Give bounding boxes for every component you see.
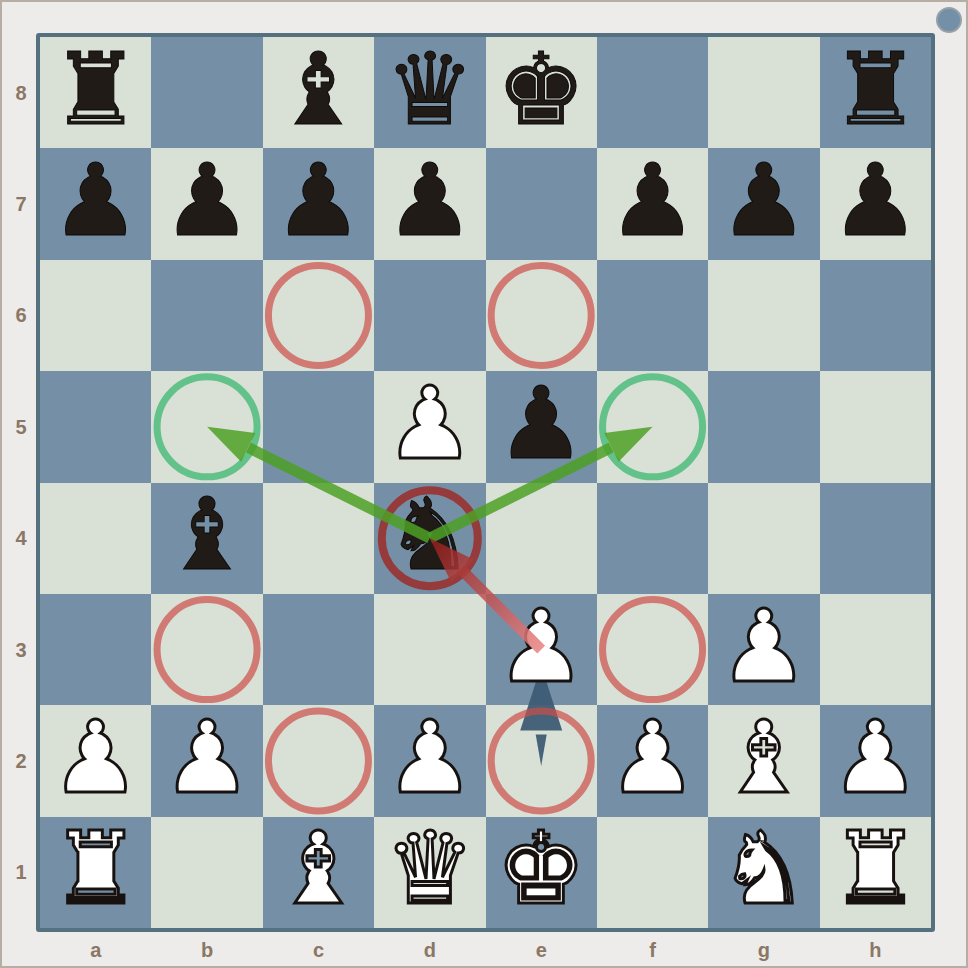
square-g2[interactable] [708,705,819,816]
square-a4[interactable] [40,483,151,594]
square-c6[interactable] [263,260,374,371]
file-label-d: d [415,936,445,964]
square-b3[interactable] [151,594,262,705]
square-f7[interactable] [597,148,708,259]
square-f6[interactable] [597,260,708,371]
square-e7[interactable] [486,148,597,259]
chess-board: ♜♝♛♚♜♟♟♟♟♟♟♟♟♟♝♞♟♟♟♟♟♟♝♟♜♝♛♚♞♜ [36,33,935,932]
square-a3[interactable] [40,594,151,705]
square-d7[interactable] [374,148,485,259]
square-c3[interactable] [263,594,374,705]
square-g4[interactable] [708,483,819,594]
square-h7[interactable] [820,148,931,259]
square-g6[interactable] [708,260,819,371]
square-h8[interactable] [820,37,931,148]
status-dot-icon [936,7,962,33]
square-e4[interactable] [486,483,597,594]
square-c8[interactable] [263,37,374,148]
square-g8[interactable] [708,37,819,148]
square-c1[interactable] [263,817,374,928]
rank-label-4: 4 [10,524,32,552]
app-window: ♜♝♛♚♜♟♟♟♟♟♟♟♟♟♝♞♟♟♟♟♟♟♝♟♜♝♛♚♞♜ 87654321 … [0,0,968,968]
square-g1[interactable] [708,817,819,928]
square-c7[interactable] [263,148,374,259]
square-d8[interactable] [374,37,485,148]
rank-label-6: 6 [10,301,32,329]
square-f8[interactable] [597,37,708,148]
square-b4[interactable] [151,483,262,594]
square-h2[interactable] [820,705,931,816]
square-a1[interactable] [40,817,151,928]
square-f3[interactable] [597,594,708,705]
square-b2[interactable] [151,705,262,816]
file-label-c: c [303,936,333,964]
file-label-a: a [81,936,111,964]
file-label-e: e [526,936,556,964]
square-h5[interactable] [820,371,931,482]
square-f2[interactable] [597,705,708,816]
square-d4[interactable] [374,483,485,594]
square-b7[interactable] [151,148,262,259]
square-g3[interactable] [708,594,819,705]
rank-label-2: 2 [10,747,32,775]
square-h3[interactable] [820,594,931,705]
square-f1[interactable] [597,817,708,928]
rank-label-7: 7 [10,190,32,218]
square-g7[interactable] [708,148,819,259]
board-squares [40,37,931,928]
square-c4[interactable] [263,483,374,594]
square-e1[interactable] [486,817,597,928]
square-e3[interactable] [486,594,597,705]
square-c2[interactable] [263,705,374,816]
square-a7[interactable] [40,148,151,259]
square-c5[interactable] [263,371,374,482]
square-b5[interactable] [151,371,262,482]
square-b6[interactable] [151,260,262,371]
square-a5[interactable] [40,371,151,482]
file-label-f: f [638,936,668,964]
square-b1[interactable] [151,817,262,928]
square-a2[interactable] [40,705,151,816]
square-g5[interactable] [708,371,819,482]
square-d1[interactable] [374,817,485,928]
rank-label-3: 3 [10,636,32,664]
square-d3[interactable] [374,594,485,705]
square-a8[interactable] [40,37,151,148]
square-e8[interactable] [486,37,597,148]
square-h4[interactable] [820,483,931,594]
square-f4[interactable] [597,483,708,594]
square-e5[interactable] [486,371,597,482]
rank-label-1: 1 [10,858,32,886]
square-e2[interactable] [486,705,597,816]
file-label-g: g [749,936,779,964]
square-f5[interactable] [597,371,708,482]
square-e6[interactable] [486,260,597,371]
square-h1[interactable] [820,817,931,928]
rank-label-8: 8 [10,79,32,107]
rank-label-5: 5 [10,413,32,441]
file-label-b: b [192,936,222,964]
square-b8[interactable] [151,37,262,148]
square-d5[interactable] [374,371,485,482]
square-d6[interactable] [374,260,485,371]
square-h6[interactable] [820,260,931,371]
square-a6[interactable] [40,260,151,371]
square-d2[interactable] [374,705,485,816]
file-label-h: h [860,936,890,964]
